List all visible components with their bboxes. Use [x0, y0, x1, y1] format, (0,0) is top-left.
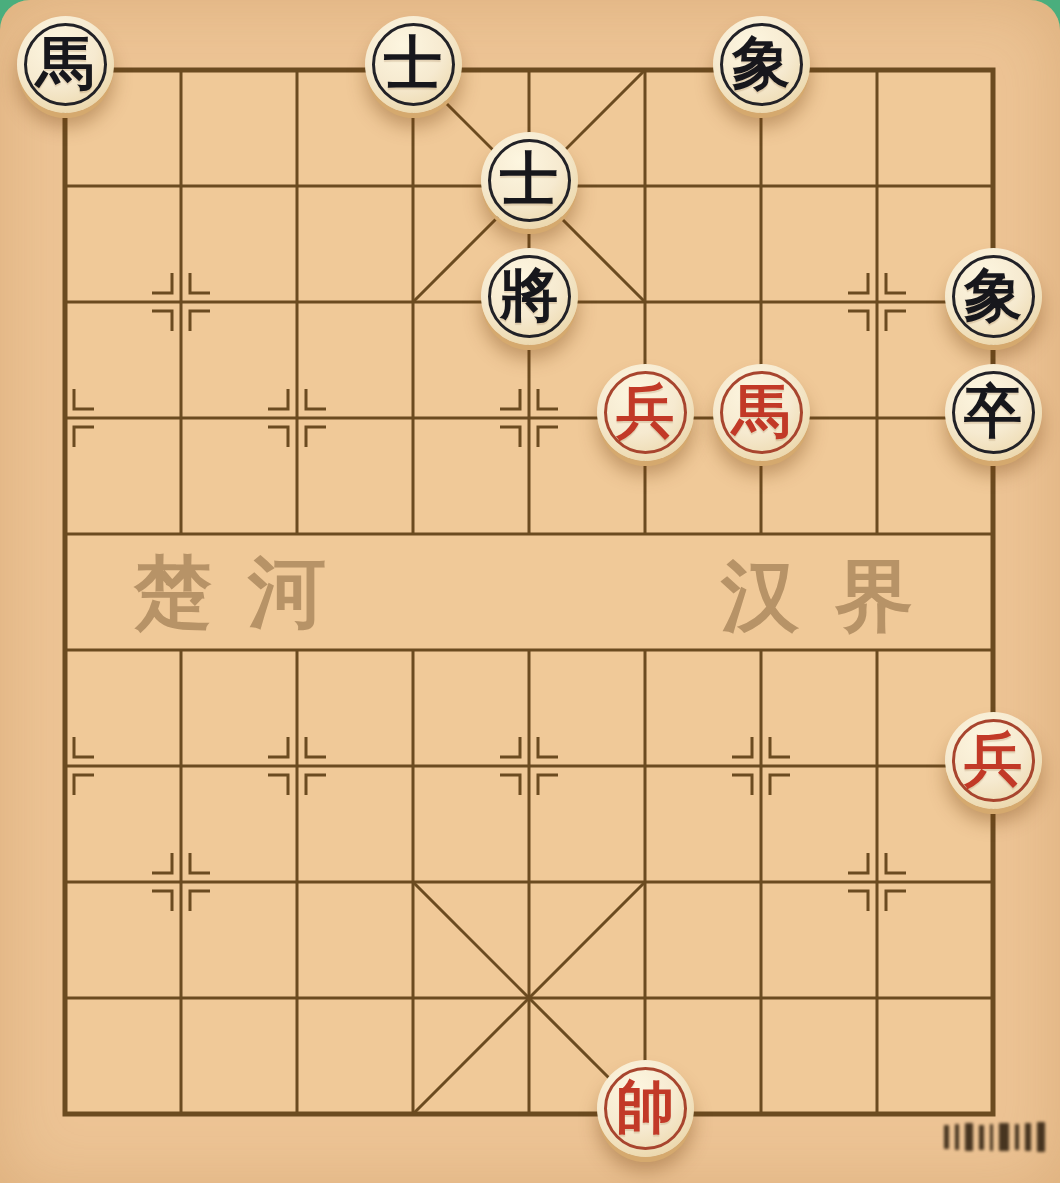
piece-glyph: 兵	[964, 730, 1022, 788]
piece-red-general[interactable]: 帥	[597, 1060, 694, 1157]
piece-black-horse[interactable]: 馬	[17, 16, 114, 113]
piece-glyph: 馬	[36, 34, 94, 92]
piece-black-general[interactable]: 將	[481, 248, 578, 345]
piece-glyph: 將	[500, 266, 558, 324]
piece-glyph: 士	[384, 34, 442, 92]
piece-glyph: 帥	[616, 1078, 674, 1136]
piece-glyph: 象	[964, 266, 1022, 324]
piece-glyph: 士	[500, 150, 558, 208]
piece-red-soldier[interactable]: 兵	[945, 712, 1042, 809]
piece-glyph: 象	[732, 34, 790, 92]
piece-grid: 馬士象士將象兵馬卒兵帥	[7, 12, 1051, 1172]
xiangqi-board: 楚河 汉界 馬士象士將象兵馬卒兵帥	[0, 0, 1060, 1183]
piece-glyph: 馬	[732, 382, 790, 440]
piece-glyph: 卒	[964, 382, 1022, 440]
watermark-smudge	[944, 1121, 1056, 1153]
piece-black-elephant[interactable]: 象	[713, 16, 810, 113]
piece-black-advisor[interactable]: 士	[365, 16, 462, 113]
piece-red-horse[interactable]: 馬	[713, 364, 810, 461]
piece-red-soldier[interactable]: 兵	[597, 364, 694, 461]
piece-black-advisor[interactable]: 士	[481, 132, 578, 229]
piece-black-soldier[interactable]: 卒	[945, 364, 1042, 461]
piece-black-elephant[interactable]: 象	[945, 248, 1042, 345]
piece-glyph: 兵	[616, 382, 674, 440]
